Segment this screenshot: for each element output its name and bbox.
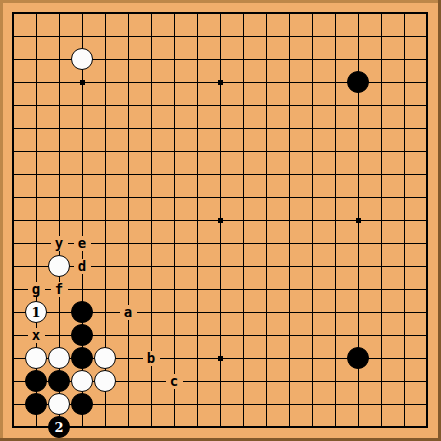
point-label-y[interactable]: y [51,236,68,251]
black-stone[interactable] [71,347,93,369]
white-stone-move-1[interactable]: 1 [25,301,47,323]
black-stone[interactable] [48,370,70,392]
black-stone[interactable] [71,324,93,346]
black-stone[interactable] [347,347,369,369]
go-board-diagram[interactable]: yedgfaxbc12 [0,0,441,441]
point-label-f[interactable]: f [51,282,68,297]
white-stone[interactable] [71,48,93,70]
white-stone[interactable] [48,347,70,369]
point-label-a[interactable]: a [120,305,137,320]
point-label-x[interactable]: x [28,328,45,343]
point-label-g[interactable]: g [28,282,45,297]
star-point [218,80,223,85]
star-point [80,80,85,85]
star-point [218,356,223,361]
star-point [218,218,223,223]
point-label-c[interactable]: c [166,374,183,389]
board-frame-edge-top [0,0,441,3]
point-label-d[interactable]: d [74,259,91,274]
white-stone[interactable] [71,370,93,392]
white-stone[interactable] [48,393,70,415]
white-stone[interactable] [94,347,116,369]
white-stone[interactable] [25,347,47,369]
point-label-e[interactable]: e [74,236,91,251]
black-stone[interactable] [347,71,369,93]
black-stone-move-2[interactable]: 2 [48,416,70,438]
white-stone[interactable] [94,370,116,392]
point-label-b[interactable]: b [143,351,160,366]
black-stone[interactable] [25,370,47,392]
board-frame-edge-left [0,0,3,441]
black-stone[interactable] [25,393,47,415]
black-stone[interactable] [71,301,93,323]
black-stone[interactable] [71,393,93,415]
star-point [356,218,361,223]
white-stone[interactable] [48,255,70,277]
